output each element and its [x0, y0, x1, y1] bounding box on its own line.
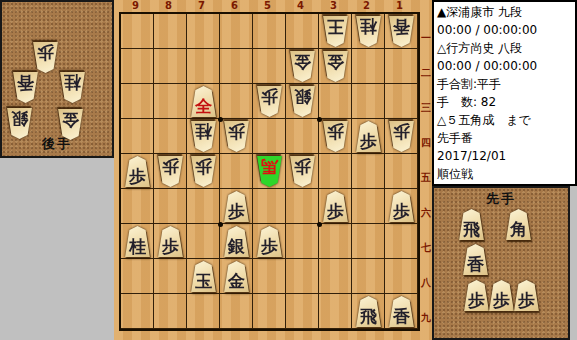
- board-piece-55-gote-promoted-bishop[interactable]: 馬: [256, 156, 283, 187]
- info-line-1: ▲深浦康市 九段: [437, 3, 575, 21]
- board-piece-87-sente-pawn[interactable]: 歩: [157, 226, 184, 257]
- gote-hand-piece-pawn-0-glyph: 歩: [32, 42, 59, 73]
- board-piece-67-sente-silver[interactable]: 銀: [223, 226, 250, 257]
- board-piece-31-gote-king[interactable]: 王: [322, 16, 349, 47]
- board-piece-87-sente-pawn-glyph: 歩: [157, 226, 184, 257]
- board-piece-64-gote-pawn[interactable]: 歩: [223, 121, 250, 152]
- gote-hand-piece-gold-4-glyph: 金: [57, 109, 84, 140]
- sente-hand-piece-pawn-3[interactable]: 歩: [463, 280, 490, 311]
- board-piece-31-gote-king-glyph: 王: [322, 16, 349, 47]
- board-piece-32-gote-gold-glyph: 金: [322, 51, 349, 82]
- sente-hand-piece-lance-2-glyph: 香: [462, 244, 489, 275]
- board-piece-73-sente-promoted-silver-glyph: 全: [190, 86, 217, 117]
- sente-hand-piece-pawn-3-glyph: 歩: [463, 280, 490, 311]
- info-line-8: 先手番: [437, 129, 575, 147]
- rank-label-2: 二: [421, 66, 431, 80]
- board-piece-36-sente-pawn[interactable]: 歩: [322, 191, 349, 222]
- board-piece-29-sente-rook[interactable]: 飛: [355, 296, 382, 327]
- board-piece-73-sente-promoted-silver[interactable]: 全: [190, 86, 217, 117]
- board-piece-97-sente-knight[interactable]: 桂: [124, 226, 151, 257]
- rank-label-3: 三: [421, 101, 431, 115]
- gote-hand-piece-silver-3[interactable]: 銀: [6, 108, 33, 139]
- gote-hand-piece-knight-2-glyph: 桂: [59, 72, 86, 103]
- sente-hand-piece-lance-2[interactable]: 香: [462, 244, 489, 275]
- file-label-5: 5: [251, 0, 284, 12]
- rank-label-8: 八: [421, 276, 431, 290]
- board-area: 987654321 王桂香金金全歩銀桂歩歩歩歩歩歩歩馬歩歩歩歩桂歩銀歩玉金飛香 …: [114, 0, 432, 340]
- board-piece-42-gote-gold[interactable]: 金: [289, 51, 316, 82]
- board-piece-45-gote-pawn-glyph: 歩: [289, 156, 316, 187]
- info-line-10: 順位戦: [437, 165, 575, 183]
- board-piece-19-sente-lance-glyph: 香: [388, 296, 415, 327]
- rank-label-6: 六: [421, 206, 431, 220]
- info-line-9: 2017/12/01: [437, 147, 575, 165]
- board-piece-16-sente-pawn-glyph: 歩: [388, 191, 415, 222]
- sente-hand-tray: 先手 飛角香歩歩歩: [432, 186, 570, 340]
- rank-label-9: 九: [421, 311, 431, 325]
- board-piece-78-sente-king[interactable]: 玉: [190, 261, 217, 292]
- info-line-5: 手合割:平手: [437, 75, 575, 93]
- file-label-6: 6: [218, 0, 251, 12]
- board-piece-57-sente-pawn[interactable]: 歩: [256, 226, 283, 257]
- board-piece-14-gote-pawn-glyph: 歩: [388, 121, 415, 152]
- gote-hand-piece-lance-1-glyph: 香: [12, 72, 39, 103]
- board-piece-42-gote-gold-glyph: 金: [289, 51, 316, 82]
- gote-hand-piece-lance-1[interactable]: 香: [12, 72, 39, 103]
- gote-hand-piece-silver-3-glyph: 銀: [6, 108, 33, 139]
- sente-hand-piece-bishop-1[interactable]: 角: [505, 209, 532, 240]
- gote-hand-piece-knight-2[interactable]: 桂: [59, 72, 86, 103]
- board-piece-55-gote-promoted-bishop-glyph: 馬: [256, 156, 283, 187]
- board-piece-29-sente-rook-glyph: 飛: [355, 296, 382, 327]
- board-star-point: [218, 222, 223, 227]
- rank-label-7: 七: [421, 241, 431, 255]
- board-piece-43-gote-silver-glyph: 銀: [289, 86, 316, 117]
- board-star-point: [317, 222, 322, 227]
- board-piece-95-sente-pawn[interactable]: 歩: [124, 156, 151, 187]
- sente-hand-piece-pawn-5[interactable]: 歩: [513, 280, 540, 311]
- sente-hand-piece-pawn-4-glyph: 歩: [488, 280, 515, 311]
- board-piece-68-sente-gold[interactable]: 金: [223, 261, 250, 292]
- board-piece-14-gote-pawn[interactable]: 歩: [388, 121, 415, 152]
- board-piece-67-sente-silver-glyph: 銀: [223, 226, 250, 257]
- info-line-2: 00:00 / 00:00:00: [437, 21, 575, 39]
- board-piece-75-gote-pawn-glyph: 歩: [190, 156, 217, 187]
- board-piece-85-gote-pawn-glyph: 歩: [157, 156, 184, 187]
- sente-hand-piece-rook-0[interactable]: 飛: [458, 209, 485, 240]
- rank-label-1: 一: [421, 31, 431, 45]
- gote-hand-tray: 後手 歩香桂銀金: [0, 0, 114, 158]
- board-piece-53-gote-pawn-glyph: 歩: [256, 86, 283, 117]
- board-star-point: [218, 117, 223, 122]
- board-piece-66-sente-pawn-glyph: 歩: [223, 191, 250, 222]
- board-piece-24-sente-pawn[interactable]: 歩: [355, 121, 382, 152]
- board-piece-11-gote-lance-glyph: 香: [388, 16, 415, 47]
- shogi-app-window: 後手 歩香桂銀金 987654321 王桂香金金全歩銀桂歩歩歩歩歩歩歩馬歩歩歩歩…: [0, 0, 577, 340]
- board-piece-66-sente-pawn[interactable]: 歩: [223, 191, 250, 222]
- file-label-1: 1: [383, 0, 416, 12]
- board-piece-97-sente-knight-glyph: 桂: [124, 226, 151, 257]
- board-piece-74-gote-knight[interactable]: 桂: [190, 121, 217, 152]
- info-line-6: 手 数: 82: [437, 93, 575, 111]
- board-piece-95-sente-pawn-glyph: 歩: [124, 156, 151, 187]
- board-piece-16-sente-pawn[interactable]: 歩: [388, 191, 415, 222]
- sente-hand-piece-bishop-1-glyph: 角: [505, 209, 532, 240]
- board-piece-74-gote-knight-glyph: 桂: [190, 121, 217, 152]
- file-label-2: 2: [350, 0, 383, 12]
- board-piece-64-gote-pawn-glyph: 歩: [223, 121, 250, 152]
- board-piece-57-sente-pawn-glyph: 歩: [256, 226, 283, 257]
- rank-label-4: 四: [421, 136, 431, 150]
- file-label-9: 9: [119, 0, 152, 12]
- board-piece-34-gote-pawn[interactable]: 歩: [322, 121, 349, 152]
- rank-labels: 一二三四五六七八九: [420, 12, 432, 327]
- board-piece-85-gote-pawn[interactable]: 歩: [157, 156, 184, 187]
- file-label-4: 4: [284, 0, 317, 12]
- board-piece-34-gote-pawn-glyph: 歩: [322, 121, 349, 152]
- board-piece-68-sente-gold-glyph: 金: [223, 261, 250, 292]
- board-piece-75-gote-pawn[interactable]: 歩: [190, 156, 217, 187]
- board-grid[interactable]: 王桂香金金全歩銀桂歩歩歩歩歩歩歩馬歩歩歩歩桂歩銀歩玉金飛香: [119, 12, 420, 331]
- file-label-7: 7: [185, 0, 218, 12]
- sente-hand-piece-rook-0-glyph: 飛: [458, 209, 485, 240]
- board-piece-36-sente-pawn-glyph: 歩: [322, 191, 349, 222]
- gote-hand-piece-pawn-0[interactable]: 歩: [32, 42, 59, 73]
- info-line-3: △行方尚史 八段: [437, 39, 575, 57]
- file-label-8: 8: [152, 0, 185, 12]
- board-star-point: [317, 117, 322, 122]
- info-line-4: 00:00 / 00:00:00: [437, 57, 575, 75]
- board-piece-45-gote-pawn[interactable]: 歩: [289, 156, 316, 187]
- gote-hand-piece-gold-4[interactable]: 金: [57, 109, 84, 140]
- board-piece-21-gote-knight[interactable]: 桂: [355, 16, 382, 47]
- file-label-3: 3: [317, 0, 350, 12]
- info-line-7: △５五角成 まで: [437, 111, 575, 129]
- file-labels: 987654321: [119, 0, 416, 12]
- info-panel: ▲深浦康市 九段00:00 / 00:00:00△行方尚史 八段00:00 / …: [432, 0, 577, 186]
- board-piece-24-sente-pawn-glyph: 歩: [355, 121, 382, 152]
- board-piece-78-sente-king-glyph: 玉: [190, 261, 217, 292]
- sente-hand-piece-pawn-4[interactable]: 歩: [488, 280, 515, 311]
- board-piece-21-gote-knight-glyph: 桂: [355, 16, 382, 47]
- board-piece-11-gote-lance[interactable]: 香: [388, 16, 415, 47]
- sente-tray-label: 先手: [434, 190, 568, 208]
- board-piece-32-gote-gold[interactable]: 金: [322, 51, 349, 82]
- sente-hand-piece-pawn-5-glyph: 歩: [513, 280, 540, 311]
- board-piece-19-sente-lance[interactable]: 香: [388, 296, 415, 327]
- board-piece-43-gote-silver[interactable]: 銀: [289, 86, 316, 117]
- board-piece-53-gote-pawn[interactable]: 歩: [256, 86, 283, 117]
- rank-label-5: 五: [421, 171, 431, 185]
